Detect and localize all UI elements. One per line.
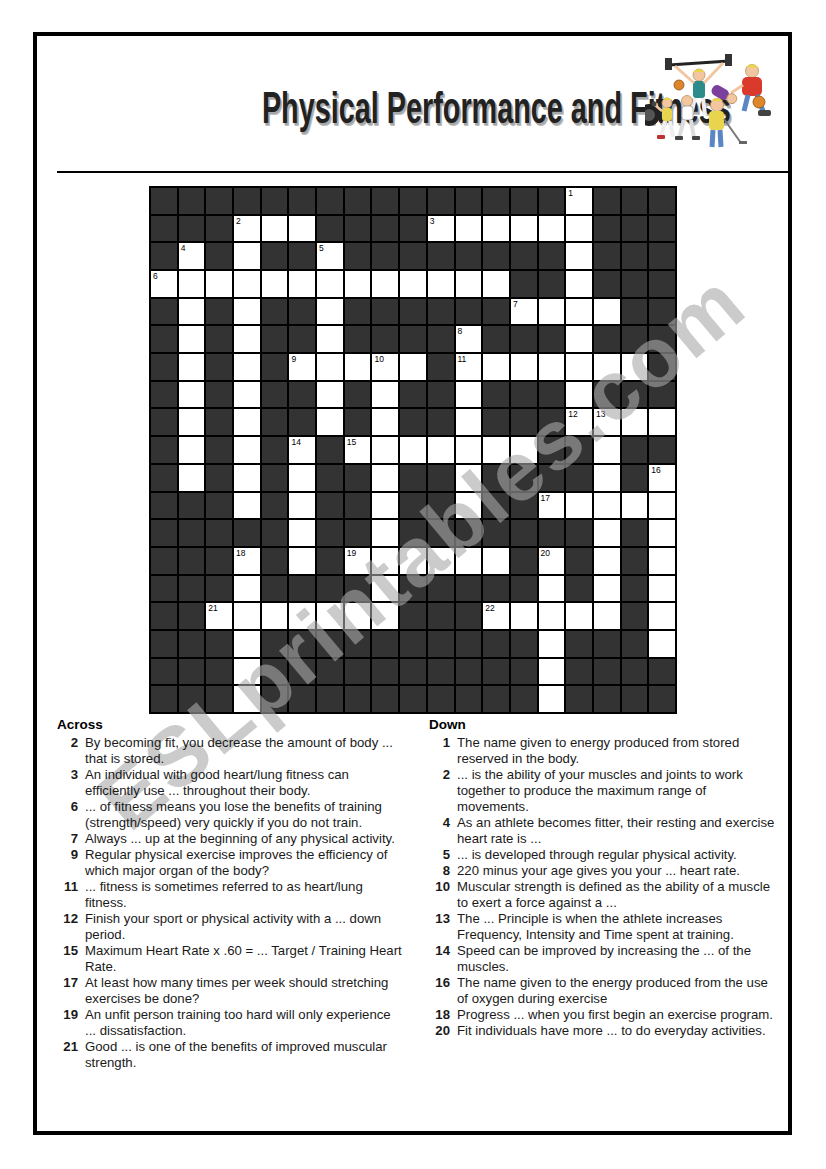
black-cell <box>289 299 315 325</box>
black-cell <box>345 326 371 352</box>
white-cell[interactable] <box>372 603 398 629</box>
black-cell <box>400 243 426 269</box>
black-cell <box>289 382 315 408</box>
black-cell <box>400 188 426 214</box>
white-cell[interactable]: 10 <box>372 354 398 380</box>
black-cell <box>649 437 675 463</box>
black-cell <box>594 243 620 269</box>
black-cell <box>428 603 454 629</box>
white-cell[interactable]: 9 <box>289 354 315 380</box>
white-cell[interactable] <box>289 493 315 519</box>
across-clue: 3An individual with good heart/lung fitn… <box>57 767 422 799</box>
black-cell <box>345 243 371 269</box>
black-cell <box>206 631 232 657</box>
black-cell <box>400 603 426 629</box>
black-cell <box>206 409 232 435</box>
white-cell[interactable]: 12 <box>566 409 592 435</box>
white-cell[interactable] <box>179 354 205 380</box>
down-clues-column: Down 1The name given to energy produced … <box>429 717 794 1039</box>
clue-text: By becoming fit, you decrease the amount… <box>85 735 403 767</box>
white-cell[interactable] <box>262 271 288 297</box>
white-cell[interactable] <box>345 603 371 629</box>
white-cell[interactable] <box>511 216 537 242</box>
black-cell <box>206 465 232 491</box>
black-cell <box>372 631 398 657</box>
black-cell <box>511 493 537 519</box>
white-cell[interactable] <box>179 271 205 297</box>
white-cell[interactable] <box>206 271 232 297</box>
white-cell[interactable] <box>179 465 205 491</box>
white-cell[interactable] <box>456 548 482 574</box>
clue-number-label: 2 <box>57 735 85 767</box>
black-cell <box>262 188 288 214</box>
clue-number-label: 5 <box>429 847 457 863</box>
black-cell <box>622 188 648 214</box>
white-cell[interactable] <box>622 409 648 435</box>
black-cell <box>206 243 232 269</box>
white-cell[interactable] <box>289 216 315 242</box>
clue-text: Progress ... when you first begin an exe… <box>457 1007 775 1023</box>
white-cell[interactable] <box>372 437 398 463</box>
black-cell <box>456 576 482 602</box>
black-cell <box>622 271 648 297</box>
white-cell[interactable] <box>539 354 565 380</box>
white-cell[interactable] <box>372 382 398 408</box>
white-cell[interactable] <box>372 576 398 602</box>
white-cell[interactable] <box>179 409 205 435</box>
white-cell[interactable] <box>456 382 482 408</box>
white-cell[interactable] <box>649 603 675 629</box>
down-clue: 8220 minus your age gives you your ... h… <box>429 863 794 879</box>
black-cell <box>179 216 205 242</box>
black-cell <box>179 659 205 685</box>
down-header: Down <box>429 717 794 732</box>
black-cell <box>151 659 177 685</box>
black-cell <box>317 576 343 602</box>
white-cell[interactable] <box>234 465 260 491</box>
black-cell <box>511 326 537 352</box>
black-cell <box>289 686 315 712</box>
white-cell[interactable] <box>289 603 315 629</box>
black-cell <box>456 243 482 269</box>
title-divider <box>57 171 788 173</box>
white-cell[interactable] <box>566 326 592 352</box>
black-cell <box>179 548 205 574</box>
black-cell <box>151 465 177 491</box>
clue-text: ... fitness is sometimes referred to as … <box>85 879 403 911</box>
clue-number-label: 2 <box>429 767 457 815</box>
black-cell <box>151 437 177 463</box>
white-cell[interactable] <box>649 409 675 435</box>
black-cell <box>179 576 205 602</box>
black-cell <box>483 576 509 602</box>
black-cell <box>511 188 537 214</box>
black-cell <box>317 686 343 712</box>
white-cell[interactable]: 14 <box>289 437 315 463</box>
white-cell[interactable] <box>400 271 426 297</box>
clue-number: 3 <box>430 216 435 226</box>
white-cell[interactable]: 7 <box>511 299 537 325</box>
clue-text: An unfit person training too hard will o… <box>85 1007 403 1039</box>
clue-number-label: 17 <box>57 975 85 1007</box>
black-cell <box>511 243 537 269</box>
clue-number-label: 15 <box>57 943 85 975</box>
black-cell <box>206 548 232 574</box>
white-cell[interactable] <box>456 271 482 297</box>
white-cell[interactable]: 4 <box>179 243 205 269</box>
black-cell <box>400 216 426 242</box>
white-cell[interactable] <box>345 271 371 297</box>
white-cell[interactable] <box>483 354 509 380</box>
black-cell <box>345 659 371 685</box>
white-cell[interactable] <box>566 603 592 629</box>
worksheet-page: Physical Performance and Fitness <box>0 0 826 1169</box>
white-cell[interactable] <box>179 326 205 352</box>
black-cell <box>483 631 509 657</box>
white-cell[interactable] <box>234 493 260 519</box>
black-cell <box>317 493 343 519</box>
white-cell[interactable] <box>234 326 260 352</box>
white-cell[interactable] <box>400 437 426 463</box>
golfer-figure <box>709 98 747 147</box>
black-cell <box>622 603 648 629</box>
black-cell <box>511 576 537 602</box>
white-cell[interactable] <box>317 354 343 380</box>
white-cell[interactable] <box>539 216 565 242</box>
black-cell <box>511 271 537 297</box>
white-cell[interactable] <box>234 631 260 657</box>
white-cell[interactable] <box>483 271 509 297</box>
white-cell[interactable] <box>649 520 675 546</box>
across-header: Across <box>57 717 422 732</box>
clue-number-label: 20 <box>429 1023 457 1039</box>
white-cell[interactable]: 13 <box>594 409 620 435</box>
black-cell <box>206 686 232 712</box>
clue-number: 7 <box>513 299 518 309</box>
black-cell <box>649 216 675 242</box>
white-cell[interactable]: 19 <box>345 548 371 574</box>
white-cell[interactable] <box>428 437 454 463</box>
black-cell <box>317 520 343 546</box>
white-cell[interactable] <box>483 548 509 574</box>
white-cell[interactable] <box>539 659 565 685</box>
black-cell <box>206 354 232 380</box>
white-cell[interactable]: 16 <box>649 465 675 491</box>
white-cell[interactable] <box>372 271 398 297</box>
clue-number: 5 <box>319 243 324 253</box>
black-cell <box>622 631 648 657</box>
black-cell <box>345 520 371 546</box>
clue-number: 4 <box>181 243 186 253</box>
white-cell[interactable] <box>456 465 482 491</box>
black-cell <box>622 326 648 352</box>
clue-number-label: 11 <box>57 879 85 911</box>
black-cell <box>345 216 371 242</box>
white-cell[interactable] <box>594 548 620 574</box>
white-cell[interactable] <box>594 354 620 380</box>
black-cell <box>262 465 288 491</box>
white-cell[interactable] <box>622 354 648 380</box>
white-cell[interactable] <box>372 409 398 435</box>
black-cell <box>483 409 509 435</box>
black-cell <box>483 188 509 214</box>
white-cell[interactable] <box>566 493 592 519</box>
white-cell[interactable] <box>511 437 537 463</box>
white-cell[interactable] <box>649 493 675 519</box>
black-cell <box>372 299 398 325</box>
white-cell[interactable] <box>372 493 398 519</box>
white-cell[interactable] <box>179 437 205 463</box>
black-cell <box>428 409 454 435</box>
white-cell[interactable] <box>594 437 620 463</box>
black-cell <box>622 686 648 712</box>
across-clue: 9Regular physical exercise improves the … <box>57 847 422 879</box>
clue-text: ... is developed through regular physica… <box>457 847 775 863</box>
black-cell <box>262 520 288 546</box>
black-cell <box>428 659 454 685</box>
white-cell[interactable] <box>234 603 260 629</box>
white-cell[interactable] <box>649 548 675 574</box>
white-cell[interactable] <box>400 354 426 380</box>
white-cell[interactable] <box>539 299 565 325</box>
black-cell <box>262 437 288 463</box>
down-clue: 10Muscular strength is defined as the ab… <box>429 879 794 911</box>
white-cell[interactable] <box>262 216 288 242</box>
clue-number-label: 10 <box>429 879 457 911</box>
white-cell[interactable]: 15 <box>345 437 371 463</box>
white-cell[interactable] <box>234 409 260 435</box>
black-cell <box>511 382 537 408</box>
across-clue: 12Finish your sport or physical activity… <box>57 911 422 943</box>
black-cell <box>345 686 371 712</box>
black-cell <box>428 493 454 519</box>
across-clue: 6... of fitness means you lose the benef… <box>57 799 422 831</box>
white-cell[interactable] <box>289 465 315 491</box>
clue-text: ... is the ability of your muscles and j… <box>457 767 775 815</box>
white-cell[interactable] <box>511 603 537 629</box>
black-cell <box>206 216 232 242</box>
black-cell <box>179 686 205 712</box>
down-clue: 14Speed can be improved by increasing th… <box>429 943 794 975</box>
black-cell <box>566 576 592 602</box>
black-cell <box>649 686 675 712</box>
white-cell[interactable] <box>594 520 620 546</box>
black-cell <box>151 326 177 352</box>
black-cell <box>566 548 592 574</box>
clue-text: Fit individuals have more ... to do ever… <box>457 1023 775 1039</box>
white-cell[interactable] <box>234 686 260 712</box>
white-cell[interactable] <box>594 493 620 519</box>
black-cell <box>483 326 509 352</box>
white-cell[interactable] <box>179 382 205 408</box>
clue-number-label: 19 <box>57 1007 85 1039</box>
white-cell[interactable] <box>400 548 426 574</box>
white-cell[interactable] <box>511 354 537 380</box>
white-cell[interactable] <box>289 520 315 546</box>
white-cell[interactable] <box>566 299 592 325</box>
clue-number: 8 <box>458 326 463 336</box>
white-cell[interactable] <box>566 382 592 408</box>
white-cell[interactable] <box>317 382 343 408</box>
white-cell[interactable] <box>539 631 565 657</box>
white-cell[interactable] <box>179 299 205 325</box>
black-cell <box>262 409 288 435</box>
white-cell[interactable] <box>539 603 565 629</box>
white-cell[interactable] <box>539 576 565 602</box>
black-cell <box>428 188 454 214</box>
white-cell[interactable] <box>262 603 288 629</box>
black-cell <box>151 382 177 408</box>
across-clue: 21Good ... is one of the benefits of imp… <box>57 1039 422 1071</box>
black-cell <box>649 188 675 214</box>
white-cell[interactable] <box>594 465 620 491</box>
black-cell <box>594 188 620 214</box>
white-cell[interactable] <box>234 659 260 685</box>
white-cell[interactable] <box>566 243 592 269</box>
black-cell <box>234 520 260 546</box>
white-cell[interactable] <box>372 520 398 546</box>
white-cell[interactable] <box>317 603 343 629</box>
black-cell <box>372 188 398 214</box>
white-cell[interactable] <box>456 409 482 435</box>
black-cell <box>179 493 205 519</box>
clue-text: Always ... up at the beginning of any ph… <box>85 831 403 847</box>
white-cell[interactable] <box>483 216 509 242</box>
white-cell[interactable] <box>234 437 260 463</box>
black-cell <box>400 299 426 325</box>
red-shirt-figure <box>731 64 771 116</box>
across-clue: 17At least how many times per week shoul… <box>57 975 422 1007</box>
white-cell[interactable]: 17 <box>539 493 565 519</box>
white-cell[interactable] <box>317 271 343 297</box>
white-cell[interactable]: 11 <box>456 354 482 380</box>
clue-number: 17 <box>541 493 550 503</box>
black-cell <box>262 576 288 602</box>
down-clue: 4As an athlete becomes fitter, their res… <box>429 815 794 847</box>
black-cell <box>206 576 232 602</box>
black-cell <box>372 326 398 352</box>
black-cell <box>456 659 482 685</box>
black-cell <box>151 188 177 214</box>
white-cell[interactable]: 6 <box>151 271 177 297</box>
white-cell[interactable] <box>539 686 565 712</box>
white-cell[interactable] <box>289 271 315 297</box>
black-cell <box>483 520 509 546</box>
white-cell[interactable] <box>594 299 620 325</box>
black-cell <box>179 520 205 546</box>
black-cell <box>483 493 509 519</box>
white-cell[interactable] <box>649 576 675 602</box>
black-cell <box>262 354 288 380</box>
clue-text: Regular physical exercise improves the e… <box>85 847 403 879</box>
white-cell[interactable] <box>234 243 260 269</box>
white-cell[interactable] <box>566 271 592 297</box>
white-cell[interactable] <box>372 548 398 574</box>
white-cell[interactable]: 2 <box>234 216 260 242</box>
white-cell[interactable] <box>483 437 509 463</box>
white-cell[interactable] <box>456 216 482 242</box>
white-cell[interactable]: 3 <box>428 216 454 242</box>
black-cell <box>566 631 592 657</box>
black-cell <box>151 216 177 242</box>
clue-number-label: 14 <box>429 943 457 975</box>
black-cell <box>262 299 288 325</box>
white-cell[interactable]: 22 <box>483 603 509 629</box>
black-cell <box>400 465 426 491</box>
white-cell[interactable] <box>456 493 482 519</box>
across-clue: 19An unfit person training too hard will… <box>57 1007 422 1039</box>
white-cell[interactable]: 18 <box>234 548 260 574</box>
white-cell[interactable] <box>622 493 648 519</box>
white-cell[interactable] <box>317 326 343 352</box>
white-cell[interactable] <box>566 216 592 242</box>
black-cell <box>317 437 343 463</box>
clue-number: 11 <box>458 354 467 364</box>
white-cell[interactable] <box>456 437 482 463</box>
white-cell[interactable] <box>317 409 343 435</box>
white-cell[interactable] <box>566 354 592 380</box>
black-cell <box>649 299 675 325</box>
white-cell[interactable] <box>594 603 620 629</box>
white-cell[interactable] <box>649 631 675 657</box>
white-cell[interactable] <box>317 299 343 325</box>
black-cell <box>317 188 343 214</box>
clue-text: Muscular strength is defined as the abil… <box>457 879 775 911</box>
down-clue: 2... is the ability of your muscles and … <box>429 767 794 815</box>
white-cell[interactable] <box>428 548 454 574</box>
black-cell <box>539 188 565 214</box>
white-cell[interactable] <box>372 465 398 491</box>
black-cell <box>289 188 315 214</box>
black-cell <box>622 576 648 602</box>
black-cell <box>151 520 177 546</box>
white-cell[interactable] <box>234 299 260 325</box>
black-cell <box>594 271 620 297</box>
black-cell <box>262 686 288 712</box>
white-cell[interactable]: 5 <box>317 243 343 269</box>
white-cell[interactable]: 1 <box>566 188 592 214</box>
clue-number: 18 <box>236 548 245 558</box>
title-wrap: Physical Performance and Fitness <box>130 82 690 134</box>
black-cell <box>456 603 482 629</box>
black-cell <box>539 382 565 408</box>
clue-number: 19 <box>347 548 356 558</box>
black-cell <box>151 493 177 519</box>
white-cell[interactable]: 21 <box>206 603 232 629</box>
black-cell <box>151 354 177 380</box>
white-cell[interactable] <box>234 382 260 408</box>
white-cell[interactable] <box>428 271 454 297</box>
black-cell <box>234 188 260 214</box>
white-cell[interactable] <box>234 271 260 297</box>
white-cell[interactable] <box>289 548 315 574</box>
across-clue: 2By becoming fit, you decrease the amoun… <box>57 735 422 767</box>
white-cell[interactable] <box>234 576 260 602</box>
white-cell[interactable]: 20 <box>539 548 565 574</box>
clue-text: 220 minus your age gives you your ... he… <box>457 863 775 879</box>
clue-text: Maximum Heart Rate x .60 = ... Target / … <box>85 943 403 975</box>
black-cell <box>622 382 648 408</box>
black-cell <box>151 243 177 269</box>
white-cell[interactable]: 8 <box>456 326 482 352</box>
clue-number-label: 4 <box>429 815 457 847</box>
white-cell[interactable] <box>594 576 620 602</box>
black-cell <box>511 465 537 491</box>
black-cell <box>206 188 232 214</box>
down-clue: 16The name given to the energy produced … <box>429 975 794 1007</box>
white-cell[interactable] <box>345 354 371 380</box>
white-cell[interactable] <box>234 354 260 380</box>
